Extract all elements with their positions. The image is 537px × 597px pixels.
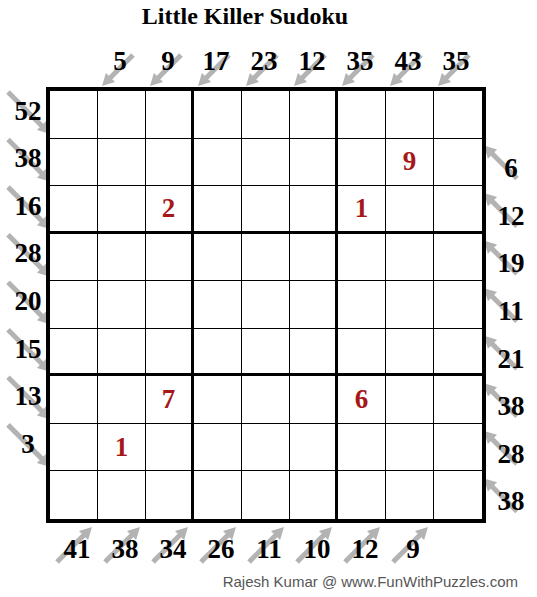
cell-r7c4[interactable] <box>194 376 242 424</box>
cell-r4c3[interactable] <box>146 234 194 282</box>
cell-r9c9[interactable] <box>434 471 482 519</box>
given-digit: 7 <box>162 386 176 413</box>
cell-r4c2[interactable] <box>98 234 146 282</box>
cell-r7c8[interactable] <box>386 376 434 424</box>
cell-r3c4[interactable] <box>194 186 242 234</box>
given-digit: 1 <box>355 195 369 222</box>
cell-r3c2[interactable] <box>98 186 146 234</box>
cell-r8c7[interactable] <box>338 424 386 472</box>
cell-r3c6[interactable] <box>290 186 338 234</box>
cell-r6c1[interactable] <box>50 329 98 377</box>
cell-r9c5[interactable] <box>242 471 290 519</box>
clue-left-0: 52 <box>15 97 42 124</box>
cell-r4c5[interactable] <box>242 234 290 282</box>
sudoku-grid: 921761 <box>46 87 486 523</box>
cell-r3c7[interactable]: 1 <box>338 186 386 234</box>
cell-r1c5[interactable] <box>242 91 290 139</box>
cell-r1c3[interactable] <box>146 91 194 139</box>
clue-right-1: 12 <box>498 202 525 229</box>
clue-bottom-4: 11 <box>256 536 282 563</box>
cell-r4c4[interactable] <box>194 234 242 282</box>
given-digit: 1 <box>115 434 129 461</box>
cell-r8c4[interactable] <box>194 424 242 472</box>
cell-r2c6[interactable] <box>290 139 338 187</box>
clue-top-1: 9 <box>161 48 175 75</box>
cell-r6c5[interactable] <box>242 329 290 377</box>
clue-top-0: 5 <box>113 48 127 75</box>
clue-right-0: 6 <box>504 155 518 182</box>
cell-r5c3[interactable] <box>146 281 194 329</box>
cell-r7c6[interactable] <box>290 376 338 424</box>
cell-r6c9[interactable] <box>434 329 482 377</box>
cell-r8c6[interactable] <box>290 424 338 472</box>
cell-r2c2[interactable] <box>98 139 146 187</box>
cell-r4c9[interactable] <box>434 234 482 282</box>
cell-r1c4[interactable] <box>194 91 242 139</box>
cell-r4c1[interactable] <box>50 234 98 282</box>
given-digit: 9 <box>403 148 417 175</box>
cell-r4c8[interactable] <box>386 234 434 282</box>
cell-r1c1[interactable] <box>50 91 98 139</box>
cell-r8c5[interactable] <box>242 424 290 472</box>
cell-r9c3[interactable] <box>146 471 194 519</box>
cell-r5c9[interactable] <box>434 281 482 329</box>
clue-top-5: 35 <box>347 48 374 75</box>
cell-r9c8[interactable] <box>386 471 434 519</box>
cell-r5c8[interactable] <box>386 281 434 329</box>
clue-right-5: 38 <box>498 393 525 420</box>
cell-r1c6[interactable] <box>290 91 338 139</box>
cell-r2c4[interactable] <box>194 139 242 187</box>
cell-r9c2[interactable] <box>98 471 146 519</box>
cell-r2c7[interactable] <box>338 139 386 187</box>
cell-r5c2[interactable] <box>98 281 146 329</box>
clue-left-1: 38 <box>15 145 42 172</box>
cell-r8c3[interactable] <box>146 424 194 472</box>
clue-top-3: 23 <box>251 48 278 75</box>
cell-r9c7[interactable] <box>338 471 386 519</box>
cell-r7c9[interactable] <box>434 376 482 424</box>
clue-left-5: 15 <box>15 335 42 362</box>
cell-r1c2[interactable] <box>98 91 146 139</box>
cell-r7c3[interactable]: 7 <box>146 376 194 424</box>
clue-right-7: 38 <box>498 488 525 515</box>
cell-r6c6[interactable] <box>290 329 338 377</box>
cell-r6c2[interactable] <box>98 329 146 377</box>
cell-r2c8[interactable]: 9 <box>386 139 434 187</box>
clue-bottom-2: 34 <box>160 536 187 563</box>
clue-top-4: 12 <box>299 48 326 75</box>
clue-right-3: 11 <box>498 298 524 325</box>
cell-r7c7[interactable]: 6 <box>338 376 386 424</box>
cell-r3c3[interactable]: 2 <box>146 186 194 234</box>
clue-bottom-3: 26 <box>208 536 235 563</box>
cell-r4c6[interactable] <box>290 234 338 282</box>
cell-r3c8[interactable] <box>386 186 434 234</box>
clue-bottom-1: 38 <box>112 536 139 563</box>
clue-left-3: 28 <box>15 240 42 267</box>
clue-right-2: 19 <box>498 250 525 277</box>
cell-r7c5[interactable] <box>242 376 290 424</box>
clue-bottom-6: 12 <box>352 536 379 563</box>
cell-r1c9[interactable] <box>434 91 482 139</box>
cell-r5c4[interactable] <box>194 281 242 329</box>
cell-r4c7[interactable] <box>338 234 386 282</box>
clue-right-4: 21 <box>498 345 525 372</box>
cell-r5c1[interactable] <box>50 281 98 329</box>
cell-r6c3[interactable] <box>146 329 194 377</box>
clue-bottom-0: 41 <box>64 536 91 563</box>
cell-r9c1[interactable] <box>50 471 98 519</box>
cell-r5c6[interactable] <box>290 281 338 329</box>
clue-bottom-7: 9 <box>406 536 420 563</box>
credit-text: Rajesh Kumar @ www.FunWithPuzzles.com <box>223 573 518 590</box>
cell-r8c2[interactable]: 1 <box>98 424 146 472</box>
cell-r7c2[interactable] <box>98 376 146 424</box>
clue-right-6: 28 <box>498 440 525 467</box>
clue-top-2: 17 <box>203 48 230 75</box>
cell-r8c9[interactable] <box>434 424 482 472</box>
cell-r6c4[interactable] <box>194 329 242 377</box>
cell-r3c9[interactable] <box>434 186 482 234</box>
clue-left-4: 20 <box>15 288 42 315</box>
clue-top-6: 43 <box>395 48 422 75</box>
cell-r3c5[interactable] <box>242 186 290 234</box>
cell-r1c7[interactable] <box>338 91 386 139</box>
clue-bottom-5: 10 <box>304 536 331 563</box>
given-digit: 6 <box>355 386 369 413</box>
cell-r2c5[interactable] <box>242 139 290 187</box>
cell-r2c3[interactable] <box>146 139 194 187</box>
cell-r6c7[interactable] <box>338 329 386 377</box>
clue-left-6: 13 <box>15 383 42 410</box>
cell-r9c6[interactable] <box>290 471 338 519</box>
cell-r1c8[interactable] <box>386 91 434 139</box>
given-digit: 2 <box>162 195 176 222</box>
cell-r7c1[interactable] <box>50 376 98 424</box>
cell-r9c4[interactable] <box>194 471 242 519</box>
puzzle-page: Little Killer Sudoku 5917231235433552381… <box>0 0 537 597</box>
cell-r2c9[interactable] <box>434 139 482 187</box>
cell-r2c1[interactable] <box>50 139 98 187</box>
clue-top-7: 35 <box>443 48 470 75</box>
clue-left-7: 3 <box>21 430 35 457</box>
cell-r5c5[interactable] <box>242 281 290 329</box>
cell-r5c7[interactable] <box>338 281 386 329</box>
cell-r8c1[interactable] <box>50 424 98 472</box>
cell-r6c8[interactable] <box>386 329 434 377</box>
clue-left-2: 16 <box>15 192 42 219</box>
cell-r3c1[interactable] <box>50 186 98 234</box>
cell-r8c8[interactable] <box>386 424 434 472</box>
